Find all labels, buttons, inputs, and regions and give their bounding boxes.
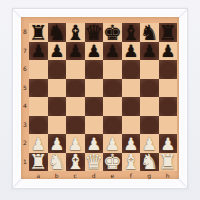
file-label-c: c: [66, 172, 85, 179]
square-d5: [85, 79, 104, 98]
white-rook: ♜: [159, 153, 178, 171]
square-b1: ♞: [48, 153, 67, 172]
white-knight: ♞: [140, 153, 159, 171]
square-f3: [122, 116, 141, 135]
square-g2: ♟: [140, 134, 159, 153]
square-e2: ♟: [103, 134, 122, 153]
square-h1: ♜: [159, 153, 178, 172]
square-g1: ♞: [140, 153, 159, 172]
square-e1: ♚: [103, 153, 122, 172]
black-knight: ♞: [48, 24, 67, 42]
rank-label-4: 4: [21, 97, 29, 116]
square-g5: [140, 79, 159, 98]
rank-label-1: 1: [21, 153, 29, 172]
file-label-g: g: [140, 172, 159, 179]
white-rook: ♜: [29, 153, 48, 171]
square-c1: ♝: [66, 153, 85, 172]
file-label-a: a: [29, 172, 48, 179]
white-pawn: ♟: [66, 136, 85, 153]
square-a8: ♜: [29, 23, 48, 42]
white-queen: ♛: [85, 153, 104, 171]
square-e4: [103, 97, 122, 116]
white-pawn: ♟: [85, 136, 104, 153]
frame-miter-bottom-right: [178, 179, 187, 188]
square-f4: [122, 97, 141, 116]
square-d7: ♟: [85, 42, 104, 61]
file-label-h: h: [159, 172, 178, 179]
file-label-e: e: [103, 172, 122, 179]
square-b8: ♞: [48, 23, 67, 42]
square-a4: [29, 97, 48, 116]
white-pawn: ♟: [29, 136, 48, 153]
black-pawn: ♟: [85, 43, 104, 60]
square-a7: ♟: [29, 42, 48, 61]
file-label-f: f: [122, 172, 141, 179]
square-h6: [159, 60, 178, 79]
square-f7: ♟: [122, 42, 141, 61]
photo-background: 87654321 ♜♞♝♛♚♝♞♜♟♟♟♟♟♟♟♟♟♟♟♟♟♟♟♟♜♞♝♛♚♝♞…: [0, 0, 200, 200]
square-h7: ♟: [159, 42, 178, 61]
square-c3: [66, 116, 85, 135]
chess-board: 87654321 ♜♞♝♛♚♝♞♜♟♟♟♟♟♟♟♟♟♟♟♟♟♟♟♟♜♞♝♛♚♝♞…: [21, 17, 179, 179]
white-pawn: ♟: [122, 136, 141, 153]
square-h8: ♜: [159, 23, 178, 42]
white-pawn: ♟: [159, 136, 178, 153]
black-bishop: ♝: [122, 24, 141, 42]
square-b6: [48, 60, 67, 79]
black-pawn: ♟: [29, 43, 48, 60]
black-pawn: ♟: [48, 43, 67, 60]
black-pawn: ♟: [140, 43, 159, 60]
white-pawn: ♟: [140, 136, 159, 153]
square-a6: [29, 60, 48, 79]
square-h3: [159, 116, 178, 135]
black-pawn: ♟: [66, 43, 85, 60]
square-f5: [122, 79, 141, 98]
file-label-d: d: [85, 172, 104, 179]
square-f6: [122, 60, 141, 79]
rank-label-5: 5: [21, 79, 29, 98]
black-knight: ♞: [140, 24, 159, 42]
black-bishop: ♝: [66, 24, 85, 42]
square-a3: [29, 116, 48, 135]
square-e3: [103, 116, 122, 135]
file-label-b: b: [48, 172, 67, 179]
square-h2: ♟: [159, 134, 178, 153]
square-a5: [29, 79, 48, 98]
square-d6: [85, 60, 104, 79]
white-bishop: ♝: [122, 153, 141, 171]
rank-label-7: 7: [21, 42, 29, 61]
black-rook: ♜: [29, 24, 48, 42]
rank-label-2: 2: [21, 134, 29, 153]
board-grid: ♜♞♝♛♚♝♞♜♟♟♟♟♟♟♟♟♟♟♟♟♟♟♟♟♜♞♝♛♚♝♞♜: [29, 23, 177, 171]
square-e8: ♚: [103, 23, 122, 42]
square-c2: ♟: [66, 134, 85, 153]
square-a2: ♟: [29, 134, 48, 153]
square-d3: [85, 116, 104, 135]
frame-miter-bottom-left: [12, 179, 21, 188]
square-b3: [48, 116, 67, 135]
square-d1: ♛: [85, 153, 104, 172]
frame-miter-top-right: [178, 9, 187, 18]
square-e6: [103, 60, 122, 79]
square-b7: ♟: [48, 42, 67, 61]
black-pawn: ♟: [122, 43, 141, 60]
black-queen: ♛: [85, 24, 104, 42]
square-g8: ♞: [140, 23, 159, 42]
square-g3: [140, 116, 159, 135]
black-pawn: ♟: [103, 43, 122, 60]
square-h5: [159, 79, 178, 98]
rank-label-8: 8: [21, 23, 29, 42]
rank-labels: 87654321: [21, 23, 29, 171]
white-pawn: ♟: [48, 136, 67, 153]
file-labels: abcdefgh: [29, 172, 177, 179]
square-c5: [66, 79, 85, 98]
square-g7: ♟: [140, 42, 159, 61]
square-e5: [103, 79, 122, 98]
white-pawn: ♟: [103, 136, 122, 153]
rank-label-6: 6: [21, 60, 29, 79]
square-g6: [140, 60, 159, 79]
square-d8: ♛: [85, 23, 104, 42]
square-b5: [48, 79, 67, 98]
square-c4: [66, 97, 85, 116]
square-f2: ♟: [122, 134, 141, 153]
black-king: ♚: [103, 24, 122, 42]
square-h4: [159, 97, 178, 116]
white-knight: ♞: [48, 153, 67, 171]
square-c8: ♝: [66, 23, 85, 42]
square-b2: ♟: [48, 134, 67, 153]
square-d4: [85, 97, 104, 116]
square-a1: ♜: [29, 153, 48, 172]
square-g4: [140, 97, 159, 116]
white-king: ♚: [103, 153, 122, 171]
square-f8: ♝: [122, 23, 141, 42]
white-bishop: ♝: [66, 153, 85, 171]
black-rook: ♜: [159, 24, 178, 42]
square-c6: [66, 60, 85, 79]
square-f1: ♝: [122, 153, 141, 172]
black-pawn: ♟: [159, 43, 178, 60]
square-b4: [48, 97, 67, 116]
square-c7: ♟: [66, 42, 85, 61]
square-e7: ♟: [103, 42, 122, 61]
rank-label-3: 3: [21, 116, 29, 135]
square-d2: ♟: [85, 134, 104, 153]
